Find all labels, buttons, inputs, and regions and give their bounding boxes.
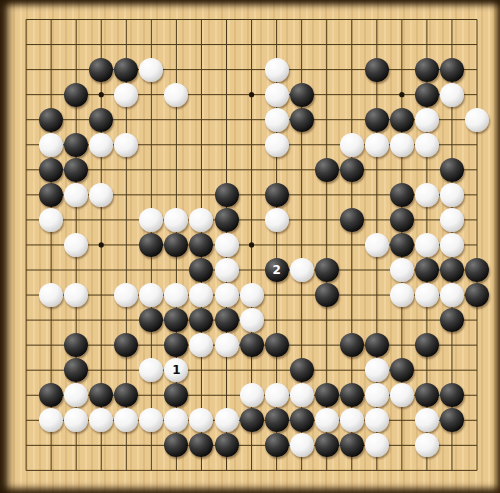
stone-white	[64, 233, 88, 257]
stone-white	[89, 133, 113, 157]
stone-white	[265, 133, 289, 157]
stone-white	[265, 83, 289, 107]
stone-black	[215, 183, 239, 207]
stone-black	[340, 208, 364, 232]
stone-white	[290, 258, 314, 282]
stone-white	[240, 308, 264, 332]
hoshi-point	[249, 242, 254, 247]
stone-white	[64, 183, 88, 207]
stone-black	[164, 308, 188, 332]
stone-white	[240, 383, 264, 407]
stone-black	[215, 208, 239, 232]
stone-white	[265, 383, 289, 407]
stone-white	[139, 58, 163, 82]
stone-white	[365, 408, 389, 432]
stone-white	[365, 358, 389, 382]
stone-white	[290, 383, 314, 407]
stone-white	[465, 108, 489, 132]
stone-white	[390, 383, 414, 407]
stone-black	[465, 283, 489, 307]
stone-white	[64, 283, 88, 307]
stone-white	[415, 108, 439, 132]
stone-black	[64, 358, 88, 382]
stone-white	[415, 408, 439, 432]
stone-white	[39, 208, 63, 232]
stone-black	[440, 158, 464, 182]
stone-black	[139, 308, 163, 332]
stone-white	[265, 58, 289, 82]
stone-black	[440, 408, 464, 432]
stone-white	[390, 258, 414, 282]
stone-white	[365, 233, 389, 257]
stone-white	[189, 408, 213, 432]
stone-white	[365, 133, 389, 157]
stone-black	[290, 83, 314, 107]
stone-black	[164, 433, 188, 457]
stone-black	[415, 83, 439, 107]
stone-white	[189, 283, 213, 307]
stone-white	[415, 283, 439, 307]
stone-black	[290, 408, 314, 432]
stone-black	[39, 158, 63, 182]
stone-white	[290, 433, 314, 457]
stone-black	[340, 383, 364, 407]
stone-white	[440, 183, 464, 207]
stone-black	[390, 208, 414, 232]
stone-black	[415, 333, 439, 357]
stone-black	[340, 433, 364, 457]
stone-black	[64, 333, 88, 357]
stone-white	[89, 408, 113, 432]
stone-black	[365, 108, 389, 132]
stone-white	[265, 208, 289, 232]
stone-white	[139, 408, 163, 432]
stone-black	[189, 433, 213, 457]
stone-black	[415, 58, 439, 82]
stone-white	[39, 408, 63, 432]
stone-black	[440, 308, 464, 332]
go-board[interactable]: 21	[0, 0, 500, 493]
stone-black	[114, 383, 138, 407]
stone-black	[390, 183, 414, 207]
stone-black	[89, 108, 113, 132]
stone-black	[390, 233, 414, 257]
stone-white	[189, 208, 213, 232]
stone-white	[240, 283, 264, 307]
stone-black	[390, 108, 414, 132]
stone-black	[315, 258, 339, 282]
stone-black	[340, 158, 364, 182]
stone-white	[365, 383, 389, 407]
move-number-label: 2	[272, 264, 280, 276]
stone-black	[39, 383, 63, 407]
stone-white	[440, 83, 464, 107]
stone-white	[64, 383, 88, 407]
stone-black	[290, 108, 314, 132]
stone-black	[240, 333, 264, 357]
stone-black	[114, 58, 138, 82]
stone-black	[315, 158, 339, 182]
stone-white	[215, 283, 239, 307]
stone-black	[265, 433, 289, 457]
stone-black	[64, 158, 88, 182]
stone-black	[415, 383, 439, 407]
stone-white	[415, 183, 439, 207]
stone-black	[215, 308, 239, 332]
stone-black	[114, 333, 138, 357]
stone-white	[189, 333, 213, 357]
stone-black	[315, 383, 339, 407]
stone-black	[465, 258, 489, 282]
stone-white	[215, 258, 239, 282]
stone-black	[189, 258, 213, 282]
stone-white	[215, 333, 239, 357]
hoshi-point	[99, 92, 104, 97]
stone-black	[365, 333, 389, 357]
stone-white	[265, 108, 289, 132]
move-number-label: 1	[172, 364, 180, 376]
stone-black	[440, 383, 464, 407]
stone-black	[390, 358, 414, 382]
stone-black	[164, 383, 188, 407]
stone-black-move-2: 2	[265, 258, 289, 282]
hoshi-point	[399, 92, 404, 97]
stone-black	[290, 358, 314, 382]
stone-white	[139, 283, 163, 307]
stone-black	[440, 58, 464, 82]
stone-black	[164, 333, 188, 357]
stone-white	[340, 133, 364, 157]
stone-black	[415, 258, 439, 282]
stone-white	[139, 358, 163, 382]
stone-white	[440, 283, 464, 307]
stone-black	[39, 183, 63, 207]
stone-black	[215, 433, 239, 457]
stone-black	[64, 83, 88, 107]
stone-black	[340, 333, 364, 357]
hoshi-point	[249, 92, 254, 97]
stone-black	[265, 183, 289, 207]
stone-white	[64, 408, 88, 432]
stone-white	[39, 133, 63, 157]
stone-white	[164, 83, 188, 107]
stone-black	[365, 58, 389, 82]
stone-white	[164, 208, 188, 232]
stone-white	[340, 408, 364, 432]
stone-white	[114, 283, 138, 307]
stone-white	[89, 183, 113, 207]
stone-white	[114, 408, 138, 432]
stone-white	[114, 133, 138, 157]
stone-black	[89, 58, 113, 82]
stone-black	[164, 233, 188, 257]
stone-white	[164, 283, 188, 307]
stone-black	[440, 258, 464, 282]
stone-white	[415, 433, 439, 457]
stone-white	[215, 408, 239, 432]
stone-white	[39, 283, 63, 307]
stone-white	[315, 408, 339, 432]
stone-white	[139, 208, 163, 232]
stone-black	[189, 233, 213, 257]
stone-black	[265, 408, 289, 432]
stone-black	[315, 283, 339, 307]
stone-black	[139, 233, 163, 257]
stone-white-move-1: 1	[164, 358, 188, 382]
stone-black	[315, 433, 339, 457]
stone-white	[415, 233, 439, 257]
stone-white	[415, 133, 439, 157]
stone-black	[39, 108, 63, 132]
stone-white	[390, 133, 414, 157]
stone-black	[89, 383, 113, 407]
hoshi-point	[99, 242, 104, 247]
stone-white	[164, 408, 188, 432]
stone-white	[440, 233, 464, 257]
stone-black	[265, 333, 289, 357]
stone-black	[189, 308, 213, 332]
stone-white	[365, 433, 389, 457]
stone-white	[390, 283, 414, 307]
stone-black	[240, 408, 264, 432]
stone-white	[114, 83, 138, 107]
stone-white	[215, 233, 239, 257]
stone-white	[440, 208, 464, 232]
stone-black	[64, 133, 88, 157]
